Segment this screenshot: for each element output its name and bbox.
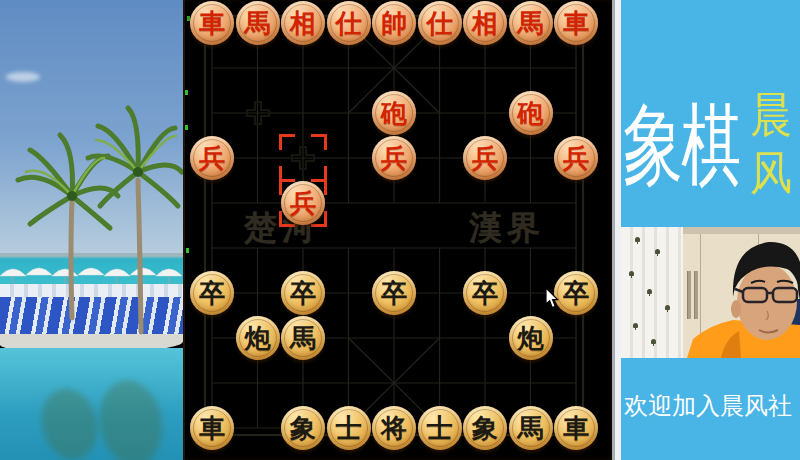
piece-black-horse[interactable]: 馬 [509, 406, 553, 450]
piece-black-soldier[interactable]: 卒 [190, 271, 234, 315]
piece-black-chariot[interactable]: 車 [554, 406, 598, 450]
piece-black-horse[interactable]: 馬 [281, 316, 325, 360]
xiangqi-board[interactable]: 楚河 漢界 車馬相仕帥仕相馬車砲砲兵兵兵兵兵卒卒卒卒卒炮馬炮車象士将士象馬車 [183, 0, 614, 460]
piece-red-soldier[interactable]: 兵 [190, 136, 234, 180]
lounge-chairs [0, 297, 183, 338]
point-marker-cross [245, 100, 271, 126]
banner-subtitle-char2: 风 [748, 144, 794, 202]
channel-footer: 欢迎加入晨风社 [621, 358, 800, 460]
point-marker-cross [290, 145, 316, 171]
piece-black-cannon[interactable]: 炮 [509, 316, 553, 360]
piece-black-advisor[interactable]: 士 [418, 406, 462, 450]
piece-black-elephant[interactable]: 象 [281, 406, 325, 450]
webcam-view [621, 227, 800, 358]
piece-red-chariot[interactable]: 車 [554, 1, 598, 45]
piece-red-advisor[interactable]: 仕 [327, 1, 371, 45]
stream-side-panel: 象棋 晨 风 [621, 0, 800, 460]
piece-black-soldier[interactable]: 卒 [463, 271, 507, 315]
piece-red-cannon[interactable]: 砲 [509, 91, 553, 135]
piece-black-general[interactable]: 将 [372, 406, 416, 450]
piece-red-elephant[interactable]: 相 [463, 1, 507, 45]
banner-title: 象棋 [623, 86, 739, 208]
piece-red-chariot[interactable]: 車 [190, 1, 234, 45]
mouse-cursor [545, 288, 561, 310]
banner-subtitle-char1: 晨 [748, 86, 794, 144]
piece-black-advisor[interactable]: 士 [327, 406, 371, 450]
app-window: 楚河 漢界 車馬相仕帥仕相馬車砲砲兵兵兵兵兵卒卒卒卒卒炮馬炮車象士将士象馬車 象… [0, 0, 800, 460]
piece-black-cannon[interactable]: 炮 [236, 316, 280, 360]
sky [0, 0, 183, 258]
footer-welcome-text: 欢迎加入晨风社 [624, 390, 792, 422]
beach-photo [0, 0, 183, 460]
piece-red-advisor[interactable]: 仕 [418, 1, 462, 45]
pieces-layer: 車馬相仕帥仕相馬車砲砲兵兵兵兵兵卒卒卒卒卒炮馬炮車象士将士象馬車 [185, 0, 614, 460]
piece-black-soldier[interactable]: 卒 [372, 271, 416, 315]
cloud [6, 72, 40, 82]
piece-red-horse[interactable]: 馬 [236, 1, 280, 45]
piece-red-cannon[interactable]: 砲 [372, 91, 416, 135]
piece-black-soldier[interactable]: 卒 [281, 271, 325, 315]
piece-black-elephant[interactable]: 象 [463, 406, 507, 450]
piece-red-general[interactable]: 帥 [372, 1, 416, 45]
banner-subtitle: 晨 风 [748, 86, 794, 202]
streamer-person [621, 227, 800, 358]
piece-red-soldier[interactable]: 兵 [281, 181, 325, 225]
piece-red-horse[interactable]: 馬 [509, 1, 553, 45]
piece-red-elephant[interactable]: 相 [281, 1, 325, 45]
piece-black-chariot[interactable]: 車 [190, 406, 234, 450]
piece-red-soldier[interactable]: 兵 [372, 136, 416, 180]
channel-banner: 象棋 晨 风 [621, 0, 800, 227]
piece-red-soldier[interactable]: 兵 [463, 136, 507, 180]
piece-red-soldier[interactable]: 兵 [554, 136, 598, 180]
